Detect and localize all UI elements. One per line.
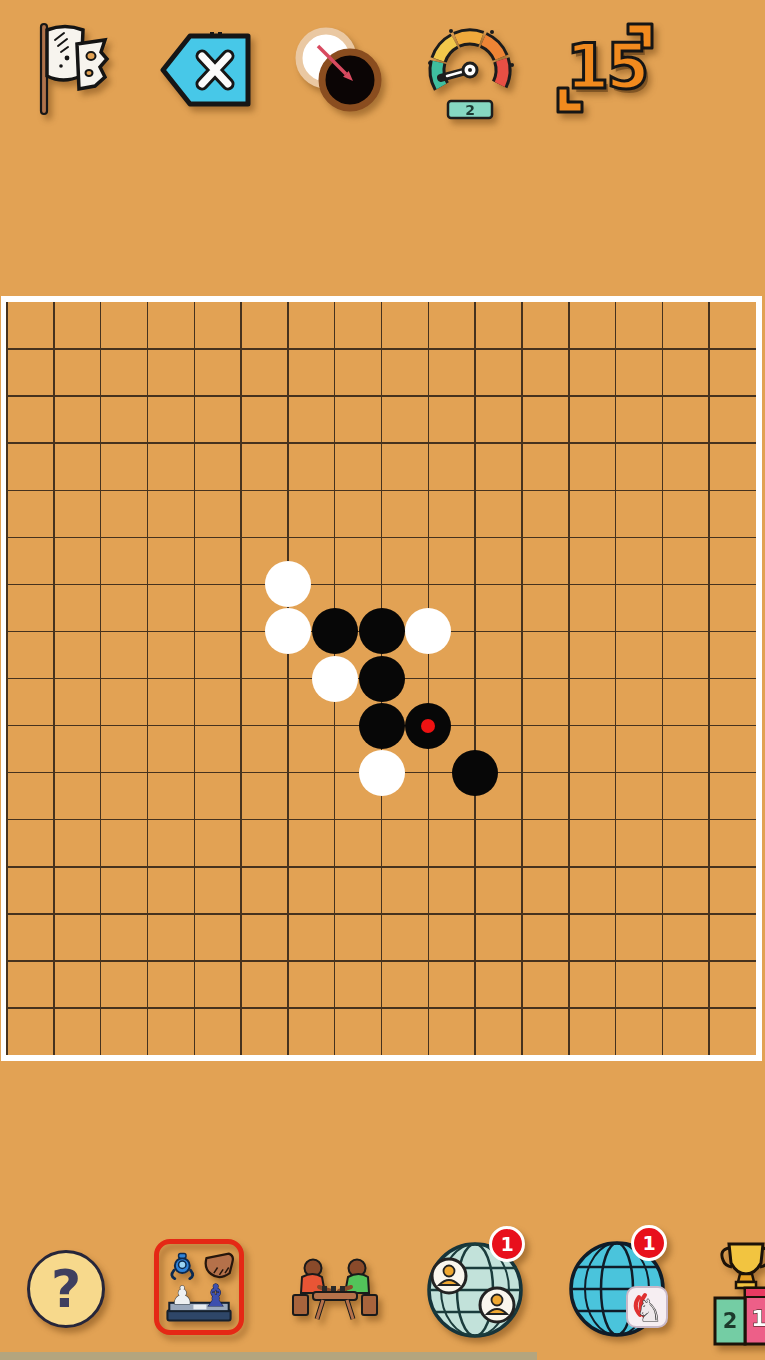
stool-right	[362, 1295, 377, 1315]
leaderboard-button[interactable]: 1 2	[713, 1238, 765, 1350]
grid-line	[7, 1007, 756, 1009]
question-mark-icon: ?	[51, 1263, 81, 1315]
white-stone	[265, 561, 311, 607]
board-size-button[interactable]: 15	[552, 18, 658, 118]
last-move-marker	[421, 719, 435, 733]
white-stone	[265, 608, 311, 654]
notification-badge: 1	[489, 1226, 525, 1262]
black-stone	[312, 608, 358, 654]
back-x-icon	[158, 30, 254, 112]
speedometer-icon: 2	[420, 15, 520, 120]
vs-computer-button[interactable]: ♟ ♝	[154, 1239, 244, 1335]
blue-bishop-glyph: ♝	[202, 1278, 229, 1313]
black-stone	[452, 750, 498, 796]
grid-line	[7, 537, 756, 539]
grid-line	[7, 442, 756, 444]
podium-second-label: 2	[723, 1309, 738, 1333]
hand-icon	[206, 1254, 233, 1277]
white-stone	[312, 656, 358, 702]
grid-line	[7, 819, 756, 821]
black-stone	[359, 656, 405, 702]
grid-line	[7, 584, 756, 586]
notification-badge: 1	[631, 1225, 667, 1261]
black-stone	[405, 703, 451, 749]
gomoku-board[interactable]	[7, 302, 756, 1055]
game-table	[313, 1292, 357, 1300]
board-size-label: 15	[566, 30, 646, 103]
robot-vs-hand-chess-icon: ♟ ♝	[160, 1245, 238, 1329]
knight-glyph: ♞	[636, 1293, 663, 1328]
difficulty-level-value: 2	[465, 102, 475, 118]
player-right-body	[345, 1274, 369, 1293]
stool-left	[293, 1295, 308, 1315]
white-flag-icon	[25, 18, 120, 123]
help-button[interactable]: ?	[27, 1250, 105, 1328]
flag-torn-piece	[77, 40, 107, 89]
back-arrow-shape	[163, 36, 248, 104]
two-players-table-icon	[285, 1243, 385, 1335]
grid-line	[7, 490, 756, 492]
podium-first-label: 1	[751, 1306, 765, 1331]
online-tournament-button[interactable]: ♞ 1	[565, 1225, 680, 1345]
black-stone	[359, 608, 405, 654]
trophy-cup	[729, 1244, 763, 1274]
bottom-progress-strip	[0, 1352, 537, 1360]
trophy-podium-icon: 1 2	[713, 1238, 765, 1350]
back-button[interactable]	[158, 30, 254, 112]
surrender-flag-button[interactable]	[25, 18, 120, 123]
game-screen: { "app": { "title": "Gomoku game screen"…	[0, 0, 765, 1360]
stone-turn-icon	[292, 18, 388, 114]
black-stone	[359, 703, 405, 749]
grid-line	[7, 866, 756, 868]
board-frame	[1, 296, 762, 1061]
player-left-body	[301, 1274, 325, 1293]
turn-indicator	[292, 18, 388, 114]
badge-count: 1	[500, 1233, 513, 1255]
white-stone	[405, 608, 451, 654]
online-multiplayer-button[interactable]: 1	[420, 1225, 535, 1345]
white-stone	[359, 750, 405, 796]
badge-count: 1	[642, 1232, 655, 1254]
local-two-player-button[interactable]	[285, 1243, 385, 1335]
grid-line	[7, 395, 756, 397]
grid-line	[7, 348, 756, 350]
difficulty-gauge-button[interactable]: 2	[420, 15, 520, 120]
grid-line	[7, 960, 756, 962]
grid-line	[7, 913, 756, 915]
white-pawn-glyph: ♟	[171, 1281, 193, 1310]
